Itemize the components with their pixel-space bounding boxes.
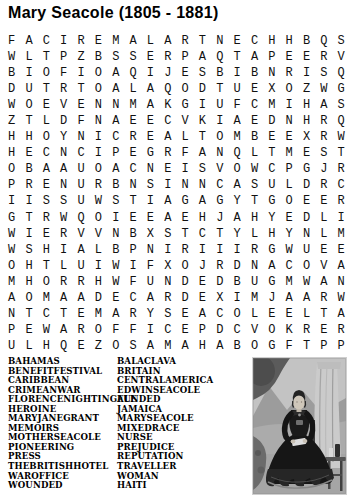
grid-cell: A bbox=[72, 242, 89, 258]
grid-cell: W bbox=[55, 210, 72, 226]
grid-cell: P bbox=[107, 145, 124, 161]
grid-cell: O bbox=[90, 161, 107, 177]
grid-cell: K bbox=[281, 322, 298, 338]
grid-cell: I bbox=[107, 210, 124, 226]
grid-cell: E bbox=[38, 226, 55, 242]
grid-cell: A bbox=[107, 161, 124, 177]
grid-cell: L bbox=[281, 177, 298, 193]
grid-cell: N bbox=[333, 274, 350, 290]
grid-cell: Y bbox=[281, 226, 298, 242]
grid-cell: A bbox=[333, 258, 350, 274]
puzzle-title: Mary Seacole (1805 - 1881) bbox=[8, 4, 219, 22]
grid-cell: D bbox=[55, 113, 72, 129]
grid-cell: N bbox=[55, 177, 72, 193]
grid-cell: R bbox=[124, 306, 141, 322]
grid-cell: R bbox=[298, 322, 315, 338]
grid-cell: I bbox=[142, 65, 159, 81]
grid-cell: M bbox=[281, 274, 298, 290]
grid-cell: E bbox=[72, 338, 89, 354]
grid-cell: C bbox=[211, 306, 228, 322]
grid-cell: A bbox=[107, 306, 124, 322]
grid-cell: I bbox=[194, 242, 211, 258]
grid-cell: T bbox=[20, 210, 37, 226]
grid-cell: Q bbox=[211, 49, 228, 65]
grid-cell: G bbox=[263, 274, 280, 290]
grid-cell: W bbox=[38, 322, 55, 338]
grid-cell: Q bbox=[72, 210, 89, 226]
grid-cell: O bbox=[246, 338, 263, 354]
grid-cell: O bbox=[107, 338, 124, 354]
grid-cell: E bbox=[263, 129, 280, 145]
grid-cell: O bbox=[20, 97, 37, 113]
grid-cell: R bbox=[246, 242, 263, 258]
grid-cell: U bbox=[298, 242, 315, 258]
grid-cell: M bbox=[107, 33, 124, 49]
grid-cell: T bbox=[72, 81, 89, 97]
grid-cell: C bbox=[211, 177, 228, 193]
grid-cell: L bbox=[176, 129, 193, 145]
grid-cell: A bbox=[55, 290, 72, 306]
grid-cell: F bbox=[124, 274, 141, 290]
grid-cell: I bbox=[176, 161, 193, 177]
grid-cell: R bbox=[55, 274, 72, 290]
grid-cell: E bbox=[72, 306, 89, 322]
grid-cell: R bbox=[315, 129, 332, 145]
grid-cell: N bbox=[3, 306, 20, 322]
grid-cell: V bbox=[176, 113, 193, 129]
grid-cell: C bbox=[228, 322, 245, 338]
grid-cell: E bbox=[315, 193, 332, 209]
grid-cell: F bbox=[176, 145, 193, 161]
grid-cell: G bbox=[263, 193, 280, 209]
grid-cell: R bbox=[315, 290, 332, 306]
grid-cell: U bbox=[211, 97, 228, 113]
grid-cell: C bbox=[194, 226, 211, 242]
grid-cell: H bbox=[20, 274, 37, 290]
grid-cell: T bbox=[124, 193, 141, 209]
grid-cell: P bbox=[194, 322, 211, 338]
grid-cell: O bbox=[20, 290, 37, 306]
grid-cell: Z bbox=[298, 81, 315, 97]
grid-cell: T bbox=[38, 81, 55, 97]
grid-cell: A bbox=[315, 274, 332, 290]
grid-cell: A bbox=[20, 33, 37, 49]
grid-cell: X bbox=[211, 290, 228, 306]
grid-cell: Q bbox=[333, 65, 350, 81]
grid-cell: T bbox=[20, 306, 37, 322]
grid-cell: E bbox=[176, 306, 193, 322]
grid-cell: P bbox=[315, 338, 332, 354]
grid-cell: H bbox=[298, 97, 315, 113]
grid-cell: W bbox=[281, 242, 298, 258]
grid-cell: G bbox=[176, 97, 193, 113]
grid-cell: U bbox=[142, 274, 159, 290]
grid-cell: L bbox=[124, 81, 141, 97]
grid-cell: W bbox=[3, 226, 20, 242]
grid-cell: C bbox=[246, 33, 263, 49]
grid-cell: D bbox=[3, 81, 20, 97]
grid-cell: L bbox=[55, 258, 72, 274]
grid-cell: I bbox=[228, 242, 245, 258]
grid-cell: E bbox=[176, 210, 193, 226]
grid-cell: R bbox=[211, 258, 228, 274]
grid-cell: O bbox=[90, 210, 107, 226]
grid-cell: I bbox=[90, 258, 107, 274]
grid-cell: G bbox=[3, 210, 20, 226]
grid-cell: N bbox=[55, 145, 72, 161]
grid-cell: I bbox=[20, 226, 37, 242]
grid-cell: V bbox=[211, 161, 228, 177]
grid-cell: R bbox=[333, 161, 350, 177]
grid-cell: G bbox=[142, 145, 159, 161]
grid-cell: O bbox=[38, 274, 55, 290]
grid-cell: A bbox=[333, 306, 350, 322]
grid-cell: W bbox=[3, 242, 20, 258]
grid-cell: R bbox=[333, 322, 350, 338]
grid-cell: N bbox=[107, 97, 124, 113]
grid-cell: N bbox=[194, 177, 211, 193]
grid-cell: O bbox=[176, 81, 193, 97]
grid-cell: D bbox=[90, 290, 107, 306]
grid-cell: V bbox=[315, 258, 332, 274]
grid-cell: L bbox=[246, 306, 263, 322]
grid-cell: R bbox=[176, 242, 193, 258]
grid-cell: F bbox=[55, 65, 72, 81]
grid-cell: V bbox=[246, 322, 263, 338]
grid-cell: I bbox=[211, 242, 228, 258]
grid-cell: V bbox=[90, 226, 107, 242]
grid-cell: P bbox=[124, 242, 141, 258]
grid-cell: J bbox=[194, 258, 211, 274]
grid-cell: C bbox=[124, 161, 141, 177]
grid-cell: L bbox=[315, 210, 332, 226]
grid-cell: D bbox=[211, 274, 228, 290]
grid-cell: R bbox=[333, 193, 350, 209]
grid-cell: T bbox=[333, 145, 350, 161]
grid-cell: L bbox=[142, 33, 159, 49]
grid-cell: T bbox=[211, 226, 228, 242]
grid-cell: R bbox=[159, 49, 176, 65]
grid-cell: E bbox=[142, 49, 159, 65]
grid-cell: V bbox=[333, 49, 350, 65]
grid-cell: E bbox=[142, 113, 159, 129]
grid-cell: B bbox=[246, 65, 263, 81]
grid-cell: F bbox=[124, 322, 141, 338]
grid-cell: N bbox=[176, 177, 193, 193]
grid-cell: O bbox=[281, 193, 298, 209]
grid-cell: D bbox=[176, 290, 193, 306]
grid-cell: O bbox=[298, 258, 315, 274]
grid-cell: E bbox=[228, 33, 245, 49]
grid-cell: R bbox=[315, 177, 332, 193]
grid-cell: T bbox=[228, 49, 245, 65]
grid-cell: N bbox=[90, 113, 107, 129]
grid-cell: A bbox=[228, 210, 245, 226]
grid-cell: G bbox=[333, 81, 350, 97]
grid-cell: L bbox=[20, 49, 37, 65]
grid-cell: H bbox=[20, 129, 37, 145]
grid-cell: E bbox=[159, 161, 176, 177]
grid-cell: I bbox=[281, 97, 298, 113]
grid-cell: A bbox=[194, 145, 211, 161]
grid-cell: I bbox=[333, 210, 350, 226]
grid-cell: F bbox=[72, 113, 89, 129]
grid-cell: S bbox=[38, 193, 55, 209]
grid-cell: E bbox=[38, 97, 55, 113]
grid-cell: N bbox=[298, 226, 315, 242]
grid-cell: T bbox=[20, 113, 37, 129]
grid-cell: I bbox=[20, 65, 37, 81]
grid-cell: R bbox=[72, 322, 89, 338]
grid-cell: T bbox=[194, 33, 211, 49]
grid-cell: K bbox=[194, 113, 211, 129]
word-list-item: HAITI bbox=[117, 481, 213, 491]
grid-cell: H bbox=[194, 210, 211, 226]
grid-cell: N bbox=[159, 274, 176, 290]
grid-cell: T bbox=[263, 145, 280, 161]
grid-cell: Y bbox=[228, 193, 245, 209]
grid-cell: E bbox=[38, 177, 55, 193]
grid-cell: C bbox=[281, 258, 298, 274]
grid-cell: M bbox=[281, 145, 298, 161]
grid-cell: A bbox=[194, 306, 211, 322]
grid-cell: X bbox=[159, 258, 176, 274]
grid-cell: U bbox=[72, 258, 89, 274]
grid-cell: I bbox=[142, 193, 159, 209]
grid-cell: H bbox=[90, 274, 107, 290]
grid-cell: H bbox=[263, 33, 280, 49]
grid-cell: P bbox=[333, 338, 350, 354]
grid-cell: U bbox=[20, 81, 37, 97]
grid-cell: B bbox=[124, 226, 141, 242]
grid-cell: O bbox=[228, 161, 245, 177]
grid-cell: G bbox=[263, 338, 280, 354]
grid-cell: I bbox=[72, 65, 89, 81]
grid-cell: I bbox=[211, 113, 228, 129]
grid-cell: K bbox=[159, 97, 176, 113]
grid-cell: A bbox=[55, 161, 72, 177]
grid-cell: N bbox=[211, 33, 228, 49]
grid-cell: Y bbox=[142, 306, 159, 322]
grid-cell: C bbox=[38, 33, 55, 49]
grid-cell: V bbox=[55, 97, 72, 113]
grid-cell: W bbox=[333, 290, 350, 306]
grid-cell: E bbox=[281, 129, 298, 145]
grid-cell: I bbox=[159, 242, 176, 258]
grid-cell: R bbox=[72, 274, 89, 290]
grid-cell: L bbox=[298, 306, 315, 322]
grid-cell: B bbox=[107, 177, 124, 193]
grid-cell: N bbox=[142, 161, 159, 177]
grid-cell: B bbox=[3, 65, 20, 81]
grid-cell: S bbox=[333, 33, 350, 49]
grid-cell: R bbox=[159, 145, 176, 161]
grid-cell: H bbox=[3, 129, 20, 145]
grid-cell: R bbox=[72, 33, 89, 49]
grid-cell: E bbox=[333, 242, 350, 258]
grid-cell: W bbox=[246, 161, 263, 177]
grid-cell: W bbox=[298, 274, 315, 290]
grid-cell: Y bbox=[228, 226, 245, 242]
grid-cell: A bbox=[72, 290, 89, 306]
grid-cell: D bbox=[228, 258, 245, 274]
grid-cell: O bbox=[90, 322, 107, 338]
grid-cell: A bbox=[211, 338, 228, 354]
grid-cell: R bbox=[38, 210, 55, 226]
grid-cell: S bbox=[142, 177, 159, 193]
grid-cell: S bbox=[124, 49, 141, 65]
grid-cell: D bbox=[211, 322, 228, 338]
grid-cell: A bbox=[159, 193, 176, 209]
grid-cell: J bbox=[159, 65, 176, 81]
grid-cell: H bbox=[298, 113, 315, 129]
grid-cell: E bbox=[246, 81, 263, 97]
grid-cell: G bbox=[263, 242, 280, 258]
grid-cell: Z bbox=[3, 113, 20, 129]
grid-cell: S bbox=[315, 65, 332, 81]
grid-cell: S bbox=[124, 338, 141, 354]
grid-cell: F bbox=[3, 33, 20, 49]
grid-cell: A bbox=[107, 81, 124, 97]
grid-cell: O bbox=[176, 258, 193, 274]
grid-cell: D bbox=[176, 274, 193, 290]
word-list-column-2: BALACLAVABRITAINCENTRALAMERICAEDWINSEACO… bbox=[117, 357, 213, 491]
grid-cell: A bbox=[142, 81, 159, 97]
grid-cell: E bbox=[298, 49, 315, 65]
grid-cell: W bbox=[107, 258, 124, 274]
grid-cell: R bbox=[20, 177, 37, 193]
grid-cell: Q bbox=[159, 81, 176, 97]
grid-cell: N bbox=[263, 65, 280, 81]
grid-cell: M bbox=[90, 306, 107, 322]
grid-cell: R bbox=[159, 290, 176, 306]
grid-cell: E bbox=[20, 145, 37, 161]
grid-cell: E bbox=[176, 65, 193, 81]
grid-cell: C bbox=[159, 322, 176, 338]
grid-cell: X bbox=[298, 129, 315, 145]
grid-cell: A bbox=[246, 49, 263, 65]
grid-cell: O bbox=[90, 65, 107, 81]
grid-cell: S bbox=[333, 97, 350, 113]
grid-cell: S bbox=[107, 193, 124, 209]
grid-cell: C bbox=[107, 129, 124, 145]
grid-cell: E bbox=[72, 97, 89, 113]
grid-cell: A bbox=[298, 290, 315, 306]
grid-cell: C bbox=[333, 177, 350, 193]
grid-cell: I bbox=[124, 258, 141, 274]
grid-cell: D bbox=[194, 81, 211, 97]
grid-cell: T bbox=[211, 81, 228, 97]
grid-cell: E bbox=[142, 129, 159, 145]
mary-seacole-photo bbox=[253, 358, 346, 494]
grid-cell: E bbox=[20, 322, 37, 338]
grid-cell: S bbox=[315, 145, 332, 161]
grid-cell: J bbox=[315, 161, 332, 177]
grid-cell: N bbox=[246, 258, 263, 274]
grid-cell: T bbox=[176, 226, 193, 242]
grid-cell: O bbox=[90, 81, 107, 97]
grid-cell: Q bbox=[333, 113, 350, 129]
grid-cell: E bbox=[281, 306, 298, 322]
grid-cell: T bbox=[315, 306, 332, 322]
grid-cell: L bbox=[20, 338, 37, 354]
grid-cell: Y bbox=[263, 210, 280, 226]
grid-cell: E bbox=[315, 242, 332, 258]
letter-grid: FACIREMALARTNECHHBQSWLTPZBSSERPAQTAPEERV… bbox=[3, 33, 350, 354]
grid-cell: E bbox=[124, 210, 141, 226]
grid-cell: U bbox=[72, 193, 89, 209]
grid-cell: U bbox=[228, 81, 245, 97]
grid-cell: M bbox=[38, 290, 55, 306]
grid-cell: B bbox=[246, 129, 263, 145]
grid-cell: S bbox=[194, 65, 211, 81]
grid-cell: I bbox=[3, 193, 20, 209]
grid-cell: T bbox=[246, 193, 263, 209]
grid-cell: A bbox=[159, 33, 176, 49]
grid-cell: T bbox=[194, 129, 211, 145]
grid-cell: O bbox=[38, 65, 55, 81]
grid-cell: M bbox=[159, 338, 176, 354]
grid-cell: T bbox=[38, 49, 55, 65]
grid-cell: E bbox=[298, 193, 315, 209]
grid-cell: A bbox=[159, 129, 176, 145]
grid-cell: W bbox=[3, 97, 20, 113]
grid-cell: A bbox=[107, 113, 124, 129]
grid-cell: P bbox=[55, 49, 72, 65]
grid-cell: O bbox=[211, 129, 228, 145]
grid-cell: I bbox=[90, 129, 107, 145]
grid-cell: E bbox=[142, 210, 159, 226]
grid-cell: G bbox=[298, 161, 315, 177]
grid-cell: S bbox=[107, 49, 124, 65]
grid-cell: A bbox=[159, 210, 176, 226]
grid-cell: N bbox=[124, 177, 141, 193]
grid-cell: M bbox=[263, 97, 280, 113]
grid-cell: H bbox=[20, 258, 37, 274]
grid-cell: I bbox=[55, 33, 72, 49]
grid-cell: T bbox=[38, 258, 55, 274]
grid-cell: S bbox=[246, 177, 263, 193]
grid-cell: I bbox=[194, 97, 211, 113]
grid-cell: C bbox=[38, 145, 55, 161]
grid-cell: I bbox=[228, 65, 245, 81]
grid-cell: A bbox=[194, 49, 211, 65]
grid-cell: W bbox=[90, 193, 107, 209]
grid-cell: E bbox=[263, 306, 280, 322]
grid-cell: N bbox=[90, 97, 107, 113]
grid-cell: F bbox=[142, 258, 159, 274]
grid-cell: I bbox=[142, 322, 159, 338]
grid-cell: R bbox=[176, 33, 193, 49]
grid-cell: B bbox=[107, 242, 124, 258]
grid-cell: E bbox=[246, 113, 263, 129]
grid-cell: Q bbox=[228, 145, 245, 161]
grid-cell: U bbox=[72, 161, 89, 177]
grid-cell: P bbox=[176, 49, 193, 65]
grid-cell: E bbox=[315, 322, 332, 338]
grid-cell: S bbox=[159, 226, 176, 242]
grid-cell: L bbox=[315, 226, 332, 242]
grid-cell: N bbox=[107, 226, 124, 242]
grid-cell: R bbox=[124, 129, 141, 145]
grid-cell: Z bbox=[90, 338, 107, 354]
grid-cell: I bbox=[228, 290, 245, 306]
grid-cell: C bbox=[159, 113, 176, 129]
grid-cell: F bbox=[281, 338, 298, 354]
grid-cell: F bbox=[107, 322, 124, 338]
grid-cell: D bbox=[298, 177, 315, 193]
grid-cell: C bbox=[38, 306, 55, 322]
